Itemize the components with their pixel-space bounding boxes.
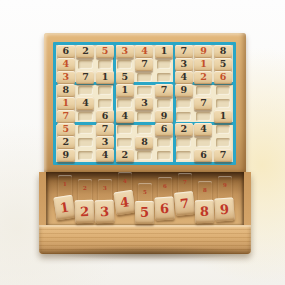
cell-recess	[78, 125, 93, 134]
cell-r7c1[interactable]: 5	[56, 123, 76, 136]
number-tile-2[interactable]: 2	[194, 70, 212, 83]
number-tile-4[interactable]: 4	[116, 109, 134, 122]
cell-r8c5[interactable]: 8	[135, 136, 155, 149]
number-tile-7[interactable]: 7	[96, 122, 114, 135]
number-tile-2[interactable]: 2	[116, 148, 134, 161]
number-tile-4[interactable]: 4	[57, 57, 75, 70]
cell-recess	[157, 73, 172, 82]
number-tile-8[interactable]: 8	[214, 44, 232, 57]
cell-r2c2[interactable]	[76, 58, 96, 71]
cell-r1c4[interactable]: 3	[115, 45, 135, 58]
cell-r1c3[interactable]: 5	[95, 45, 115, 58]
cell-r2c7[interactable]: 3	[174, 58, 194, 71]
drawer-stack-4: 44	[115, 175, 135, 223]
sudoku-box: 6253417984731537154268179143776491576242…	[44, 33, 246, 174]
number-tile-3[interactable]: 3	[175, 57, 193, 70]
cell-recess	[78, 60, 93, 69]
number-tile-4[interactable]: 4	[76, 96, 94, 109]
number-tile-4[interactable]: 4	[175, 70, 193, 83]
cell-recess	[196, 112, 211, 121]
cell-recess	[78, 86, 93, 95]
cell-r1c1[interactable]: 6	[56, 45, 76, 58]
number-tile-2[interactable]: 2	[57, 135, 75, 148]
cell-recess	[98, 86, 113, 95]
number-tile-4[interactable]: 4	[135, 44, 153, 57]
cell-r9c1[interactable]: 9	[56, 149, 76, 162]
cell-r6c3[interactable]: 6	[95, 110, 115, 123]
number-tile-7[interactable]: 7	[175, 44, 193, 57]
cell-recess	[98, 99, 113, 108]
number-tile-8[interactable]: 8	[57, 83, 75, 96]
number-tile-7[interactable]: 7	[155, 83, 173, 96]
number-tile-1[interactable]: 1	[57, 96, 75, 109]
cell-r9c4[interactable]: 2	[115, 149, 135, 162]
number-tile-4[interactable]: 4	[96, 148, 114, 161]
number-tile-7[interactable]: 7	[76, 70, 94, 83]
number-tile-7[interactable]: 7	[57, 109, 75, 122]
cell-recess	[176, 112, 191, 121]
cell-recess	[137, 151, 152, 160]
cell-recess	[157, 99, 172, 108]
cell-recess	[137, 112, 152, 121]
drawer-body: 112233445566778899	[39, 172, 251, 254]
number-tile-6[interactable]: 6	[155, 122, 173, 135]
cell-r8c2[interactable]	[76, 136, 96, 149]
cell-r5c4[interactable]	[115, 97, 135, 110]
number-tile-9[interactable]: 9	[155, 109, 173, 122]
cell-recess	[216, 86, 231, 95]
number-tile-3[interactable]: 3	[116, 44, 134, 57]
drawer-tile-6[interactable]: 6	[154, 197, 174, 221]
number-tile-1[interactable]: 1	[116, 83, 134, 96]
cell-r7c6[interactable]: 6	[154, 123, 174, 136]
number-tile-4[interactable]: 4	[194, 122, 212, 135]
cell-recess	[137, 73, 152, 82]
drawer-tile-5[interactable]: 5	[135, 201, 154, 224]
cell-r5c2[interactable]: 4	[76, 97, 96, 110]
cell-r5c1[interactable]: 1	[56, 97, 76, 110]
cell-r2c9[interactable]: 5	[213, 58, 233, 71]
number-tile-3[interactable]: 3	[96, 135, 114, 148]
drawer-tile-7[interactable]: 7	[174, 191, 195, 216]
cell-r1c5[interactable]: 4	[135, 45, 155, 58]
cell-r7c9[interactable]	[213, 123, 233, 136]
tile-drawer[interactable]: 112233445566778899	[39, 172, 251, 254]
number-tile-9[interactable]: 9	[194, 44, 212, 57]
cell-r9c7[interactable]	[174, 149, 194, 162]
number-tile-6[interactable]: 6	[57, 44, 75, 57]
cell-r7c8[interactable]: 4	[194, 123, 214, 136]
cell-r2c8[interactable]: 1	[194, 58, 214, 71]
cell-r8c8[interactable]	[194, 136, 214, 149]
cell-r7c4[interactable]	[115, 123, 135, 136]
drawer-tile-2[interactable]: 2	[75, 200, 95, 224]
cell-r9c5[interactable]	[135, 149, 155, 162]
cell-recess	[157, 138, 172, 147]
cell-r7c5[interactable]	[135, 123, 155, 136]
cell-r5c3[interactable]	[95, 97, 115, 110]
wooden-sudoku-photo: 6253417984731537154268179143776491576242…	[0, 0, 285, 285]
cell-r7c2[interactable]	[76, 123, 96, 136]
number-tile-5[interactable]: 5	[214, 57, 232, 70]
cell-r6c6[interactable]: 9	[154, 110, 174, 123]
drawer-tile-1[interactable]: 1	[53, 195, 75, 221]
cell-r5c9[interactable]	[213, 97, 233, 110]
cell-recess	[117, 60, 132, 69]
cell-recess	[157, 151, 172, 160]
cell-recess	[78, 151, 93, 160]
cell-r2c3[interactable]	[95, 58, 115, 71]
cell-r4c4[interactable]: 1	[115, 84, 135, 97]
drawer-stack-3: 33	[95, 175, 115, 223]
cell-recess	[117, 125, 132, 134]
cell-r4c6[interactable]: 7	[154, 84, 174, 97]
cell-r1c6[interactable]: 1	[154, 45, 174, 58]
cell-r9c6[interactable]	[154, 149, 174, 162]
cell-r8c3[interactable]: 3	[95, 136, 115, 149]
cell-r4c8[interactable]	[194, 84, 214, 97]
cell-r1c7[interactable]: 7	[174, 45, 194, 58]
cell-r3c8[interactable]: 2	[194, 71, 214, 84]
cell-recess	[196, 86, 211, 95]
sudoku-grid: 6253417984731537154268179143776491576242…	[56, 45, 233, 162]
cell-recess	[216, 125, 231, 134]
cell-r5c8[interactable]: 7	[194, 97, 214, 110]
cell-r3c7[interactable]: 4	[174, 71, 194, 84]
cell-r4c9[interactable]	[213, 84, 233, 97]
cell-r7c3[interactable]: 7	[95, 123, 115, 136]
cell-r5c7[interactable]	[174, 97, 194, 110]
number-tile-9[interactable]: 9	[57, 148, 75, 161]
drawer-stack-7: 77	[175, 175, 195, 223]
drawer-stack-2: 22	[75, 175, 95, 223]
cell-r3c4[interactable]: 5	[115, 71, 135, 84]
number-tile-2[interactable]: 2	[175, 122, 193, 135]
cell-r3c1[interactable]: 3	[56, 71, 76, 84]
number-tile-8[interactable]: 8	[135, 135, 153, 148]
cell-recess	[176, 138, 191, 147]
board-frame-interior: 6253417984731537154268179143776491576242…	[53, 42, 236, 165]
cell-r7c7[interactable]: 2	[174, 123, 194, 136]
cell-r1c9[interactable]: 8	[213, 45, 233, 58]
number-tile-7[interactable]: 7	[194, 96, 212, 109]
number-tile-3[interactable]: 3	[135, 96, 153, 109]
drawer-stack-5: 55	[135, 175, 155, 223]
drawer-stack-1: 11	[55, 175, 75, 223]
number-tile-6[interactable]: 6	[96, 109, 114, 122]
number-tile-1[interactable]: 1	[214, 109, 232, 122]
cell-recess	[117, 138, 132, 147]
cell-r8c1[interactable]: 2	[56, 136, 76, 149]
cell-r5c5[interactable]: 3	[135, 97, 155, 110]
cell-r9c8[interactable]: 6	[194, 149, 214, 162]
cell-recess	[157, 60, 172, 69]
cell-r8c6[interactable]	[154, 136, 174, 149]
cell-recess	[196, 138, 211, 147]
cell-r9c3[interactable]: 4	[95, 149, 115, 162]
cell-r8c7[interactable]	[174, 136, 194, 149]
cell-r8c4[interactable]	[115, 136, 135, 149]
cell-r4c7[interactable]: 9	[174, 84, 194, 97]
cell-r3c2[interactable]: 7	[76, 71, 96, 84]
drawer-tile-3[interactable]: 3	[95, 200, 115, 224]
drawer-tile-9[interactable]: 9	[214, 197, 235, 221]
cell-r2c4[interactable]	[115, 58, 135, 71]
drawer-tile-8[interactable]: 8	[195, 200, 214, 223]
cell-recess	[78, 112, 93, 121]
cell-recess	[137, 125, 152, 134]
number-tile-3[interactable]: 3	[57, 70, 75, 83]
number-tile-7[interactable]: 7	[135, 57, 153, 70]
cell-recess	[117, 99, 132, 108]
drawer-cavity: 112233445566778899	[46, 172, 244, 225]
number-tile-5[interactable]: 5	[57, 122, 75, 135]
cell-r2c6[interactable]	[154, 58, 174, 71]
cell-recess	[78, 138, 93, 147]
cell-recess	[176, 99, 191, 108]
cell-recess	[216, 99, 231, 108]
number-tile-1[interactable]: 1	[96, 70, 114, 83]
cell-r1c8[interactable]: 9	[194, 45, 214, 58]
cell-r2c5[interactable]: 7	[135, 58, 155, 71]
tile-stacks: 112233445566778899	[55, 175, 235, 223]
cell-r5c6[interactable]	[154, 97, 174, 110]
cell-r3c9[interactable]: 6	[213, 71, 233, 84]
number-tile-6[interactable]: 6	[214, 70, 232, 83]
cell-r2c1[interactable]: 4	[56, 58, 76, 71]
cell-r6c4[interactable]: 4	[115, 110, 135, 123]
number-tile-5[interactable]: 5	[116, 70, 134, 83]
drawer-stack-6: 66	[155, 175, 175, 223]
cell-recess	[137, 86, 152, 95]
drawer-stack-8: 88	[195, 175, 215, 223]
cell-r1c2[interactable]: 2	[76, 45, 96, 58]
cell-recess	[216, 138, 231, 147]
number-tile-6[interactable]: 6	[194, 148, 212, 161]
cell-r4c3[interactable]	[95, 84, 115, 97]
drop-shadow	[46, 246, 246, 260]
number-tile-9[interactable]: 9	[175, 83, 193, 96]
number-tile-1[interactable]: 1	[194, 57, 212, 70]
number-tile-5[interactable]: 5	[96, 44, 114, 57]
drawer-tile-4[interactable]: 4	[113, 190, 135, 215]
drawer-stack-9: 99	[215, 175, 235, 223]
number-tile-2[interactable]: 2	[76, 44, 94, 57]
cell-r4c5[interactable]	[135, 84, 155, 97]
cell-r3c3[interactable]: 1	[95, 71, 115, 84]
cell-r8c9[interactable]	[213, 136, 233, 149]
cell-r9c9[interactable]: 7	[213, 149, 233, 162]
cell-r6c9[interactable]: 1	[213, 110, 233, 123]
cell-r9c2[interactable]	[76, 149, 96, 162]
cell-recess	[176, 151, 191, 160]
number-tile-1[interactable]: 1	[155, 44, 173, 57]
cell-r6c1[interactable]: 7	[56, 110, 76, 123]
number-tile-7[interactable]: 7	[214, 148, 232, 161]
cell-r4c1[interactable]: 8	[56, 84, 76, 97]
cell-recess	[98, 60, 113, 69]
cell-r4c2[interactable]	[76, 84, 96, 97]
